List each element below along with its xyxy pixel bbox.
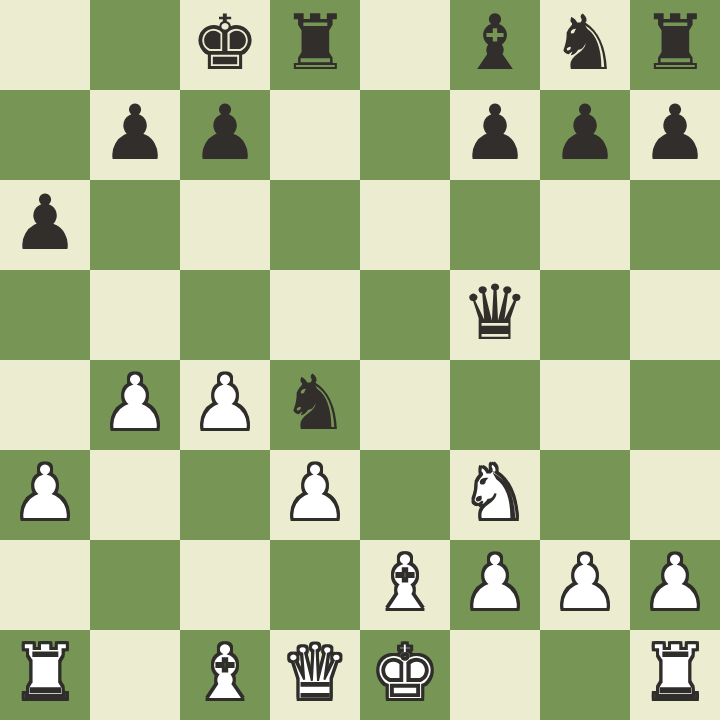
- square-b2[interactable]: [90, 540, 180, 630]
- square-d1[interactable]: ♛: [270, 630, 360, 720]
- square-g3[interactable]: [540, 450, 630, 540]
- square-d6[interactable]: [270, 180, 360, 270]
- square-b6[interactable]: [90, 180, 180, 270]
- square-b5[interactable]: [90, 270, 180, 360]
- square-f5[interactable]: ♛: [450, 270, 540, 360]
- square-a8[interactable]: [0, 0, 90, 90]
- piece-black-pawn[interactable]: ♟: [191, 88, 259, 178]
- square-c3[interactable]: [180, 450, 270, 540]
- piece-black-pawn[interactable]: ♟: [551, 88, 619, 178]
- square-e6[interactable]: [360, 180, 450, 270]
- piece-white-rook[interactable]: ♜: [11, 628, 79, 718]
- square-d8[interactable]: ♜: [270, 0, 360, 90]
- piece-black-pawn[interactable]: ♟: [101, 88, 169, 178]
- square-f8[interactable]: ♝: [450, 0, 540, 90]
- square-d5[interactable]: [270, 270, 360, 360]
- chess-board: ♚♜♝♞♜♟♟♟♟♟♟♛♟♟♞♟♟♞♝♟♟♟♜♝♛♚♜: [0, 0, 720, 720]
- square-e1[interactable]: ♚: [360, 630, 450, 720]
- square-g2[interactable]: ♟: [540, 540, 630, 630]
- square-g1[interactable]: [540, 630, 630, 720]
- piece-black-knight[interactable]: ♞: [281, 358, 349, 448]
- square-b8[interactable]: [90, 0, 180, 90]
- square-b1[interactable]: [90, 630, 180, 720]
- square-b3[interactable]: [90, 450, 180, 540]
- square-c1[interactable]: ♝: [180, 630, 270, 720]
- square-a2[interactable]: [0, 540, 90, 630]
- square-c2[interactable]: [180, 540, 270, 630]
- square-h2[interactable]: ♟: [630, 540, 720, 630]
- square-d3[interactable]: ♟: [270, 450, 360, 540]
- square-h8[interactable]: ♜: [630, 0, 720, 90]
- square-g8[interactable]: ♞: [540, 0, 630, 90]
- square-g7[interactable]: ♟: [540, 90, 630, 180]
- square-e3[interactable]: [360, 450, 450, 540]
- square-a4[interactable]: [0, 360, 90, 450]
- piece-white-knight[interactable]: ♞: [461, 448, 529, 538]
- piece-white-king[interactable]: ♚: [371, 628, 439, 718]
- square-g4[interactable]: [540, 360, 630, 450]
- square-c4[interactable]: ♟: [180, 360, 270, 450]
- square-e4[interactable]: [360, 360, 450, 450]
- square-g5[interactable]: [540, 270, 630, 360]
- square-d2[interactable]: [270, 540, 360, 630]
- piece-white-pawn[interactable]: ♟: [191, 358, 259, 448]
- square-d7[interactable]: [270, 90, 360, 180]
- square-h5[interactable]: [630, 270, 720, 360]
- piece-black-king[interactable]: ♚: [191, 0, 259, 88]
- square-h4[interactable]: [630, 360, 720, 450]
- square-e2[interactable]: ♝: [360, 540, 450, 630]
- square-h6[interactable]: [630, 180, 720, 270]
- square-f3[interactable]: ♞: [450, 450, 540, 540]
- square-f2[interactable]: ♟: [450, 540, 540, 630]
- square-a5[interactable]: [0, 270, 90, 360]
- piece-white-bishop[interactable]: ♝: [191, 628, 259, 718]
- piece-white-bishop[interactable]: ♝: [371, 538, 439, 628]
- square-d4[interactable]: ♞: [270, 360, 360, 450]
- square-c6[interactable]: [180, 180, 270, 270]
- square-h7[interactable]: ♟: [630, 90, 720, 180]
- square-g6[interactable]: [540, 180, 630, 270]
- square-c7[interactable]: ♟: [180, 90, 270, 180]
- square-a1[interactable]: ♜: [0, 630, 90, 720]
- piece-black-knight[interactable]: ♞: [551, 0, 619, 88]
- square-e5[interactable]: [360, 270, 450, 360]
- square-f1[interactable]: [450, 630, 540, 720]
- square-c8[interactable]: ♚: [180, 0, 270, 90]
- piece-white-queen[interactable]: ♛: [281, 628, 349, 718]
- piece-white-pawn[interactable]: ♟: [11, 448, 79, 538]
- piece-black-pawn[interactable]: ♟: [461, 88, 529, 178]
- piece-black-rook[interactable]: ♜: [281, 0, 349, 88]
- square-b4[interactable]: ♟: [90, 360, 180, 450]
- square-f6[interactable]: [450, 180, 540, 270]
- square-f4[interactable]: [450, 360, 540, 450]
- square-e7[interactable]: [360, 90, 450, 180]
- square-h1[interactable]: ♜: [630, 630, 720, 720]
- square-h3[interactable]: [630, 450, 720, 540]
- square-b7[interactable]: ♟: [90, 90, 180, 180]
- square-f7[interactable]: ♟: [450, 90, 540, 180]
- square-e8[interactable]: [360, 0, 450, 90]
- piece-white-pawn[interactable]: ♟: [461, 538, 529, 628]
- square-c5[interactable]: [180, 270, 270, 360]
- square-a7[interactable]: [0, 90, 90, 180]
- piece-white-pawn[interactable]: ♟: [641, 538, 709, 628]
- square-a3[interactable]: ♟: [0, 450, 90, 540]
- square-a6[interactable]: ♟: [0, 180, 90, 270]
- piece-black-pawn[interactable]: ♟: [641, 88, 709, 178]
- piece-white-rook[interactable]: ♜: [641, 628, 709, 718]
- piece-black-bishop[interactable]: ♝: [461, 0, 529, 88]
- piece-white-pawn[interactable]: ♟: [551, 538, 619, 628]
- piece-white-pawn[interactable]: ♟: [281, 448, 349, 538]
- piece-white-pawn[interactable]: ♟: [101, 358, 169, 448]
- piece-black-rook[interactable]: ♜: [641, 0, 709, 88]
- piece-black-queen[interactable]: ♛: [461, 268, 529, 358]
- piece-black-pawn[interactable]: ♟: [11, 178, 79, 268]
